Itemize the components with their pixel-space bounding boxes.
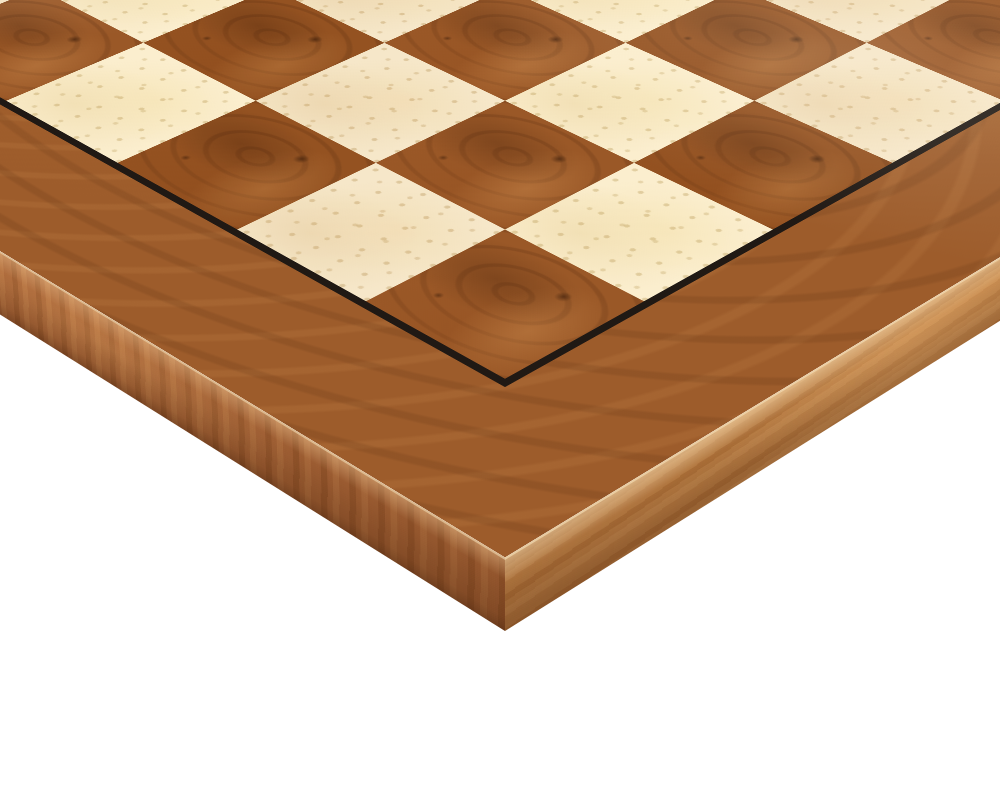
square-r6c4-dark[interactable]	[143, 0, 384, 101]
product-photo-scene	[0, 0, 1000, 800]
square-r6c6-dark[interactable]	[376, 101, 634, 230]
square-r6c7-light[interactable]	[505, 163, 773, 301]
square-r6c3-light[interactable]	[38, 0, 271, 43]
chessboard	[0, 0, 1000, 558]
square-r7c6-light[interactable]	[237, 163, 505, 301]
square-r4c5-light[interactable]	[505, 0, 738, 43]
square-r3c6-light[interactable]	[738, 0, 971, 43]
square-r4c7-light[interactable]	[754, 43, 1000, 163]
square-r7c5-dark[interactable]	[118, 101, 376, 230]
board-grid	[0, 0, 1000, 379]
square-r7c2-light[interactable]	[0, 0, 38, 43]
square-r5c6-light[interactable]	[505, 43, 754, 163]
gloss-reflection-right	[0, 0, 1000, 558]
square-r5c4-light[interactable]	[272, 0, 505, 43]
square-r6c5-light[interactable]	[256, 43, 505, 163]
board-top-face	[0, 0, 1000, 558]
square-r7c4-light[interactable]	[6, 43, 255, 163]
square-r7c7-dark[interactable]	[366, 229, 644, 378]
square-r5c7-dark[interactable]	[634, 101, 892, 230]
square-r5c5-dark[interactable]	[384, 0, 625, 101]
gloss-reflection-left	[0, 0, 1000, 558]
board-inlay-border	[0, 0, 1000, 387]
square-r4c6-dark[interactable]	[626, 0, 867, 101]
square-r7c3-dark[interactable]	[0, 0, 143, 101]
square-r2c7-light[interactable]	[972, 0, 1000, 43]
square-r3c7-dark[interactable]	[867, 0, 1000, 101]
